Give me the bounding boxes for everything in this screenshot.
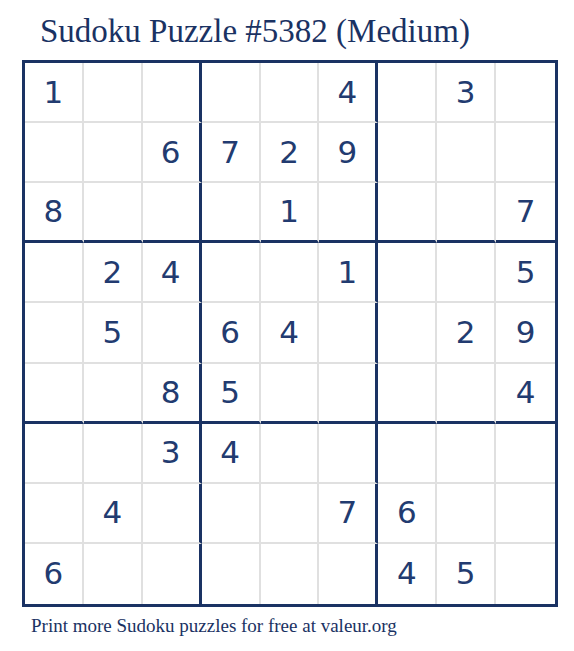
cell-r4c3: 4 bbox=[143, 243, 202, 303]
cell-r2c4: 7 bbox=[202, 123, 261, 183]
cell-r4c4 bbox=[202, 243, 261, 303]
cell-r5c1 bbox=[25, 303, 84, 363]
page-title: Sudoku Puzzle #5382 (Medium) bbox=[40, 13, 470, 50]
sudoku-board: 143672981724155642985434476645 bbox=[22, 60, 558, 607]
cell-r7c5 bbox=[261, 424, 320, 484]
cell-r4c9: 5 bbox=[496, 243, 555, 303]
cell-r3c7 bbox=[378, 183, 437, 243]
cell-r8c6: 7 bbox=[319, 484, 378, 544]
cell-r1c3 bbox=[143, 63, 202, 123]
cell-r4c5 bbox=[261, 243, 320, 303]
cell-r1c8: 3 bbox=[437, 63, 496, 123]
cell-r9c7: 4 bbox=[378, 544, 437, 604]
cell-r6c6 bbox=[319, 364, 378, 424]
cell-r3c4 bbox=[202, 183, 261, 243]
cell-r7c2 bbox=[84, 424, 143, 484]
cell-r7c1 bbox=[25, 424, 84, 484]
cell-r3c5: 1 bbox=[261, 183, 320, 243]
cell-r9c4 bbox=[202, 544, 261, 604]
cell-r1c7 bbox=[378, 63, 437, 123]
cell-r6c7 bbox=[378, 364, 437, 424]
cell-r7c7 bbox=[378, 424, 437, 484]
cell-r8c2: 4 bbox=[84, 484, 143, 544]
cell-r8c1 bbox=[25, 484, 84, 544]
cell-r8c9 bbox=[496, 484, 555, 544]
cell-r9c2 bbox=[84, 544, 143, 604]
cell-r2c7 bbox=[378, 123, 437, 183]
cell-r7c6 bbox=[319, 424, 378, 484]
cell-r1c2 bbox=[84, 63, 143, 123]
cell-r9c8: 5 bbox=[437, 544, 496, 604]
cell-r3c3 bbox=[143, 183, 202, 243]
cell-r6c3: 8 bbox=[143, 364, 202, 424]
cell-r5c6 bbox=[319, 303, 378, 363]
cell-r3c2 bbox=[84, 183, 143, 243]
cell-r3c1: 8 bbox=[25, 183, 84, 243]
cell-r1c9 bbox=[496, 63, 555, 123]
cell-r2c1 bbox=[25, 123, 84, 183]
cell-r8c7: 6 bbox=[378, 484, 437, 544]
cell-r6c5 bbox=[261, 364, 320, 424]
cell-r9c9 bbox=[496, 544, 555, 604]
cell-r2c5: 2 bbox=[261, 123, 320, 183]
cell-r4c1 bbox=[25, 243, 84, 303]
cell-r4c7 bbox=[378, 243, 437, 303]
cell-r6c9: 4 bbox=[496, 364, 555, 424]
cell-r6c1 bbox=[25, 364, 84, 424]
cell-r6c2 bbox=[84, 364, 143, 424]
cell-r3c6 bbox=[319, 183, 378, 243]
cell-r5c2: 5 bbox=[84, 303, 143, 363]
cell-r1c6: 4 bbox=[319, 63, 378, 123]
cell-r5c7 bbox=[378, 303, 437, 363]
cell-r5c8: 2 bbox=[437, 303, 496, 363]
cell-r1c5 bbox=[261, 63, 320, 123]
cell-r8c5 bbox=[261, 484, 320, 544]
cell-r5c9: 9 bbox=[496, 303, 555, 363]
sudoku-page: Sudoku Puzzle #5382 (Medium) 14367298172… bbox=[0, 0, 574, 651]
cell-r3c9: 7 bbox=[496, 183, 555, 243]
cell-r9c5 bbox=[261, 544, 320, 604]
cell-r8c3 bbox=[143, 484, 202, 544]
cell-r2c9 bbox=[496, 123, 555, 183]
cell-r1c4 bbox=[202, 63, 261, 123]
cell-r4c6: 1 bbox=[319, 243, 378, 303]
cell-r8c8 bbox=[437, 484, 496, 544]
cell-r4c8 bbox=[437, 243, 496, 303]
cell-r4c2: 2 bbox=[84, 243, 143, 303]
cell-r6c8 bbox=[437, 364, 496, 424]
cell-r2c2 bbox=[84, 123, 143, 183]
cell-r5c4: 6 bbox=[202, 303, 261, 363]
cell-r8c4 bbox=[202, 484, 261, 544]
cell-r5c5: 4 bbox=[261, 303, 320, 363]
cell-r2c8 bbox=[437, 123, 496, 183]
footer-text: Print more Sudoku puzzles for free at va… bbox=[31, 615, 397, 637]
cell-r7c8 bbox=[437, 424, 496, 484]
cell-r7c9 bbox=[496, 424, 555, 484]
cell-r7c4: 4 bbox=[202, 424, 261, 484]
cell-r6c4: 5 bbox=[202, 364, 261, 424]
cell-r1c1: 1 bbox=[25, 63, 84, 123]
cell-r2c6: 9 bbox=[319, 123, 378, 183]
cell-r5c3 bbox=[143, 303, 202, 363]
cell-r9c1: 6 bbox=[25, 544, 84, 604]
cell-r9c3 bbox=[143, 544, 202, 604]
cell-r7c3: 3 bbox=[143, 424, 202, 484]
cell-r3c8 bbox=[437, 183, 496, 243]
cell-r9c6 bbox=[319, 544, 378, 604]
cell-r2c3: 6 bbox=[143, 123, 202, 183]
